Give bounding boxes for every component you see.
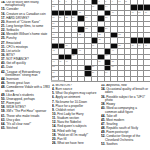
white-cell: 30 [52, 33, 58, 37]
cell-number: 57 [105, 71, 107, 73]
white-cell [59, 66, 65, 70]
white-cell [144, 22, 150, 26]
white-cell [85, 60, 91, 64]
white-cell [118, 38, 124, 42]
white-cell: 42 [52, 49, 58, 53]
cell-number: 33 [118, 33, 120, 35]
white-cell [65, 38, 71, 42]
cell-number: 12 [52, 5, 54, 7]
clue-number: 36. [101, 95, 106, 99]
white-cell [105, 44, 111, 48]
black-cell [78, 27, 84, 31]
white-cell [125, 38, 131, 42]
black-cell [72, 11, 78, 15]
white-cell [72, 38, 78, 42]
white-cell [118, 16, 124, 20]
black-cell [59, 55, 65, 59]
white-cell [138, 33, 144, 37]
white-cell [125, 71, 131, 75]
cell-number: 42 [52, 49, 54, 51]
cell-number: 30 [52, 33, 54, 35]
clue-number: 34. [101, 87, 106, 91]
white-cell: 47 [52, 60, 58, 64]
white-cell: 52 [52, 66, 58, 70]
cell-number: 2 [59, 0, 60, 2]
white-cell: 17 [131, 11, 137, 15]
clue-number: 26. [52, 141, 57, 145]
black-cell [131, 5, 137, 9]
white-cell [144, 66, 150, 70]
white-cell [138, 77, 144, 81]
white-cell [85, 49, 91, 53]
cell-number: 56 [92, 71, 94, 73]
black-cell [131, 38, 137, 42]
white-cell [131, 66, 137, 70]
cell-number: 29 [105, 27, 107, 29]
cell-number: 40 [138, 44, 140, 46]
cell-number: 20 [52, 16, 54, 18]
black-cell [144, 5, 150, 9]
white-cell: 43 [78, 49, 84, 53]
black-cell [98, 55, 104, 59]
cell-number: 22 [65, 16, 67, 18]
grid-caption [51, 80, 64, 82]
white-cell [98, 44, 104, 48]
white-cell [52, 55, 58, 59]
down-clue-list-col1: 3. MONITOR?4. Burn source5. What Go play… [52, 84, 98, 150]
cell-number: 28 [85, 27, 87, 29]
clue-number: 65. [1, 126, 6, 130]
white-cell [125, 66, 131, 70]
cell-number: 43 [79, 49, 81, 51]
white-cell: 18 [138, 11, 144, 15]
cell-number: 34 [52, 38, 54, 40]
black-cell [98, 16, 104, 20]
cell-number: 5 [79, 0, 80, 2]
white-cell [125, 60, 131, 64]
white-cell [138, 0, 144, 4]
clue-item: 34. Occasional quality of breath or odor… [101, 88, 149, 95]
white-cell: 48 [59, 60, 65, 64]
white-cell [59, 33, 65, 37]
cell-number: 35 [98, 38, 100, 40]
cell-number: 27 [52, 27, 54, 29]
cell-number: 13 [92, 5, 94, 7]
white-cell: 49 [65, 60, 71, 64]
white-cell [78, 5, 84, 9]
white-cell [111, 71, 117, 75]
white-cell: 1 [52, 0, 58, 4]
white-cell [92, 22, 98, 26]
white-cell: 25 [105, 16, 111, 20]
black-cell [92, 0, 98, 4]
white-cell [118, 71, 124, 75]
white-cell [125, 27, 131, 31]
black-cell [144, 38, 150, 42]
white-cell [125, 22, 131, 26]
cell-number: 49 [65, 60, 67, 62]
white-cell [78, 38, 84, 42]
black-cell [85, 71, 91, 75]
black-cell [138, 38, 144, 42]
black-cell [98, 27, 104, 31]
white-cell [78, 60, 84, 64]
white-cell [131, 33, 137, 37]
white-cell [98, 77, 104, 81]
black-cell [65, 55, 71, 59]
white-cell [118, 66, 124, 70]
white-cell: 55 [52, 71, 58, 75]
cell-number: 1 [52, 0, 53, 2]
white-cell: 29 [105, 27, 111, 31]
white-cell [92, 16, 98, 20]
cell-number: 4 [72, 0, 73, 2]
clue-number: 48. [1, 85, 6, 89]
black-cell [98, 5, 104, 9]
white-cell: 53 [92, 66, 98, 70]
white-cell [131, 77, 137, 81]
white-cell [131, 60, 137, 64]
white-cell [78, 55, 84, 59]
white-cell: 13 [92, 5, 98, 9]
white-cell [59, 38, 65, 42]
cell-number: 48 [59, 60, 61, 62]
black-cell [105, 60, 111, 64]
white-cell [78, 44, 84, 48]
white-cell [138, 66, 144, 70]
white-cell [105, 38, 111, 42]
white-cell [85, 44, 91, 48]
white-cell: 20 [52, 16, 58, 20]
white-cell [72, 33, 78, 37]
white-cell [92, 77, 98, 81]
white-cell: 34 [52, 38, 58, 42]
white-cell [72, 60, 78, 64]
white-cell: 16 [111, 11, 117, 15]
white-cell: 38 [118, 44, 124, 48]
white-cell: 56 [92, 71, 98, 75]
cell-number: 44 [112, 49, 114, 51]
white-cell [125, 5, 131, 9]
white-cell [92, 11, 98, 15]
black-cell [85, 66, 91, 70]
clue-number: 40. [101, 106, 106, 110]
white-cell [111, 77, 117, 81]
white-cell [105, 33, 111, 37]
white-cell [92, 27, 98, 31]
cell-number: 39 [131, 44, 133, 46]
white-cell [72, 66, 78, 70]
white-cell: 32 [98, 33, 104, 37]
white-cell [144, 0, 150, 4]
white-cell [138, 22, 144, 26]
white-cell [105, 77, 111, 81]
white-cell [72, 77, 78, 81]
white-cell [111, 55, 117, 59]
white-cell: 41 [144, 44, 150, 48]
white-cell: 36 [65, 44, 71, 48]
black-cell [52, 11, 58, 15]
white-cell [111, 27, 117, 31]
cell-number: 6 [85, 0, 86, 2]
cell-number: 14 [105, 5, 107, 7]
white-cell: 3 [65, 0, 71, 4]
cell-number: 21 [59, 16, 61, 18]
white-cell [144, 16, 150, 20]
cell-number: 7 [98, 0, 99, 2]
cell-number: 41 [145, 44, 147, 46]
white-cell: 46 [105, 55, 111, 59]
white-cell [85, 5, 91, 9]
black-cell [65, 11, 71, 15]
white-cell [125, 33, 131, 37]
white-cell [131, 71, 137, 75]
white-cell: 40 [138, 44, 144, 48]
white-cell [59, 5, 65, 9]
white-cell [144, 71, 150, 75]
white-cell [144, 27, 150, 31]
white-cell [98, 66, 104, 70]
white-cell [131, 27, 137, 31]
white-cell: 15 [78, 11, 84, 15]
cell-number: 54 [112, 65, 114, 67]
white-cell: 9 [111, 0, 117, 4]
white-cell: 44 [111, 49, 117, 53]
black-cell [138, 5, 144, 9]
white-cell [78, 22, 84, 26]
white-cell [65, 66, 71, 70]
white-cell: 4 [72, 0, 78, 4]
white-cell [118, 60, 124, 64]
crossword-grid: 1234567891011121314151617181920212223242… [51, 0, 150, 82]
black-cell [105, 11, 111, 15]
clue-number: 52. [101, 134, 106, 138]
clue-number: 53. [101, 142, 106, 146]
white-cell: 22 [65, 16, 71, 20]
white-cell: 28 [85, 27, 91, 31]
white-cell [144, 55, 150, 59]
cell-number: 17 [131, 11, 133, 13]
cell-number: 32 [98, 33, 100, 35]
white-cell [138, 60, 144, 64]
white-cell [105, 22, 111, 26]
white-cell [85, 11, 91, 15]
crossword-page: 14. Out of touch with reality, metaphori… [0, 0, 150, 150]
white-cell [144, 60, 150, 64]
white-cell: 26 [52, 22, 58, 26]
white-cell [65, 5, 71, 9]
white-cell: 23 [72, 16, 78, 20]
white-cell [72, 27, 78, 31]
cell-number: 52 [52, 65, 54, 67]
white-cell: 12 [52, 5, 58, 9]
black-cell [78, 16, 84, 20]
white-cell [85, 55, 91, 59]
black-cell [59, 11, 65, 15]
white-cell [78, 66, 84, 70]
white-cell [65, 33, 71, 37]
cell-number: 24 [85, 16, 87, 18]
black-cell [111, 44, 117, 48]
white-cell [125, 49, 131, 53]
white-cell [72, 71, 78, 75]
white-cell: 7 [98, 0, 104, 4]
white-cell [118, 27, 124, 31]
white-cell [65, 77, 71, 81]
white-cell [59, 27, 65, 31]
across-clue-list: 14. Out of touch with reality, metaphori… [1, 1, 50, 149]
white-cell [78, 77, 84, 81]
white-cell: 57 [105, 71, 111, 75]
white-cell [85, 38, 91, 42]
white-cell [65, 22, 71, 26]
cell-number: 55 [52, 71, 54, 73]
white-cell [98, 49, 104, 53]
white-cell [118, 77, 124, 81]
white-cell: 14 [105, 5, 111, 9]
cell-number: 18 [138, 11, 140, 13]
white-cell: 19 [144, 11, 150, 15]
white-cell [138, 71, 144, 75]
white-cell [125, 55, 131, 59]
black-cell [111, 33, 117, 37]
white-cell [118, 49, 124, 53]
cell-number: 38 [118, 44, 120, 46]
black-cell [72, 49, 78, 53]
white-cell [59, 22, 65, 26]
cell-number: 8 [105, 0, 106, 2]
white-cell [138, 27, 144, 31]
white-cell [111, 16, 117, 20]
white-cell: 5 [78, 0, 84, 4]
cell-number: 25 [105, 16, 107, 18]
white-cell: 21 [59, 16, 65, 20]
black-cell [52, 44, 58, 48]
white-cell [98, 71, 104, 75]
cell-number: 53 [92, 65, 94, 67]
white-cell: 33 [118, 33, 124, 37]
white-cell [72, 22, 78, 26]
white-cell: 45 [72, 55, 78, 59]
white-cell [72, 44, 78, 48]
cell-number: 19 [145, 11, 147, 13]
white-cell [111, 5, 117, 9]
clue-item: 26. What we have here [52, 142, 98, 145]
white-cell [118, 5, 124, 9]
white-cell [85, 77, 91, 81]
white-cell [98, 22, 104, 26]
cell-number: 51 [112, 60, 114, 62]
white-cell [125, 77, 131, 81]
cell-number: 10 [118, 0, 120, 2]
white-cell [125, 44, 131, 48]
black-cell [105, 66, 111, 70]
cell-number: 45 [72, 54, 74, 56]
down-clue-list-col2: 33. Abyssinia, now34. Occasional quality… [101, 84, 149, 150]
clue-number: 42. [1, 70, 6, 74]
white-cell [92, 60, 98, 64]
white-cell: 31 [78, 33, 84, 37]
white-cell: 27 [52, 27, 58, 31]
white-cell: 2 [59, 0, 65, 4]
white-cell: 54 [111, 66, 117, 70]
cell-number: 50 [98, 60, 100, 62]
white-cell [92, 55, 98, 59]
white-cell [65, 71, 71, 75]
white-cell [131, 49, 137, 53]
cell-number: 47 [52, 60, 54, 62]
white-cell [65, 49, 71, 53]
cell-number: 26 [52, 22, 54, 24]
white-cell [111, 22, 117, 26]
clue-number: 14. [1, 1, 6, 4]
cell-number: 9 [112, 0, 113, 2]
white-cell [131, 55, 137, 59]
white-cell: 10 [118, 0, 124, 4]
black-cell [59, 44, 65, 48]
white-cell [78, 71, 84, 75]
cell-number: 3 [65, 0, 66, 2]
white-cell [125, 11, 131, 15]
white-cell [131, 0, 137, 4]
cell-number: 23 [72, 16, 74, 18]
white-cell: 24 [85, 16, 91, 20]
clue-item: 65. Stitched [1, 127, 50, 130]
white-cell [72, 5, 78, 9]
white-cell [138, 49, 144, 53]
white-cell [118, 22, 124, 26]
white-cell [118, 11, 124, 15]
white-cell: 37 [92, 44, 98, 48]
white-cell: 11 [125, 0, 131, 4]
white-cell [85, 22, 91, 26]
black-cell [105, 49, 111, 53]
cell-number: 58 [52, 76, 54, 78]
white-cell [65, 27, 71, 31]
cell-number: 15 [79, 11, 81, 13]
black-cell [92, 38, 98, 42]
white-cell [138, 55, 144, 59]
white-cell: 35 [98, 38, 104, 42]
cell-number: 16 [112, 11, 114, 13]
white-cell: 6 [85, 0, 91, 4]
cell-number: 36 [65, 44, 67, 46]
white-cell [131, 16, 137, 20]
white-cell [111, 38, 117, 42]
white-cell: 39 [131, 44, 137, 48]
white-cell [59, 49, 65, 53]
white-cell: 8 [105, 0, 111, 4]
white-cell [144, 33, 150, 37]
white-cell [98, 11, 104, 15]
white-cell [118, 55, 124, 59]
white-cell [92, 49, 98, 53]
white-cell [144, 77, 150, 81]
white-cell [144, 49, 150, 53]
white-cell: 50 [98, 60, 104, 64]
white-cell [59, 71, 65, 75]
white-cell [125, 16, 131, 20]
white-cell [131, 22, 137, 26]
cell-number: 11 [125, 0, 127, 2]
clue-item: 53. Soothes [101, 143, 149, 146]
cell-number: 46 [105, 54, 107, 56]
white-cell [92, 33, 98, 37]
white-cell [85, 33, 91, 37]
cell-number: 37 [92, 44, 94, 46]
cell-number: 31 [79, 33, 81, 35]
clue-item: 40. Word accompanying a common adult fig… [101, 107, 149, 114]
